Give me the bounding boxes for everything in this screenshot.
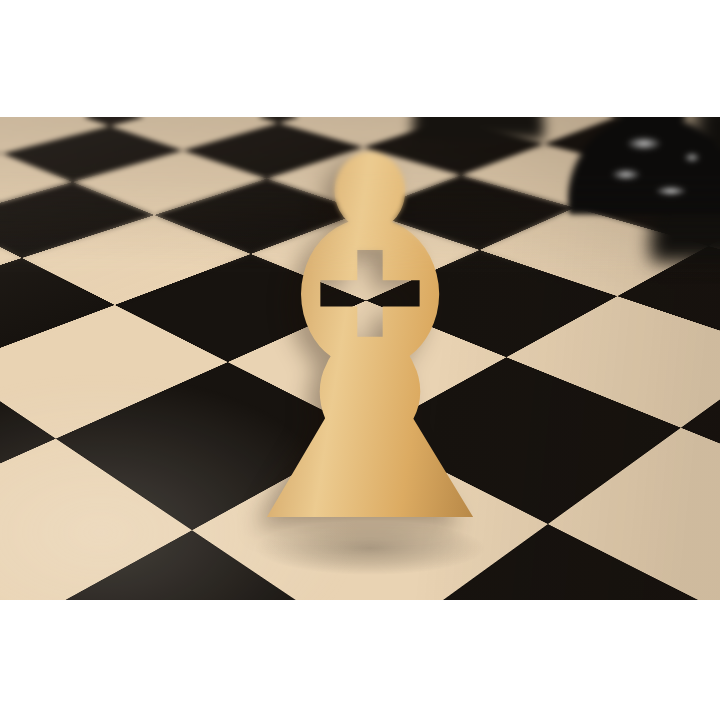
top-white-band bbox=[0, 0, 720, 117]
boxwood-bishop: ♝ bbox=[146, 117, 594, 594]
product-photo-page: ♟♟♟♝ bbox=[0, 0, 720, 720]
bottom-white-band bbox=[0, 600, 720, 720]
chess-piece-glyph: ♝ bbox=[173, 117, 567, 594]
photo-frame: ♟♟♟♝ bbox=[0, 117, 720, 600]
